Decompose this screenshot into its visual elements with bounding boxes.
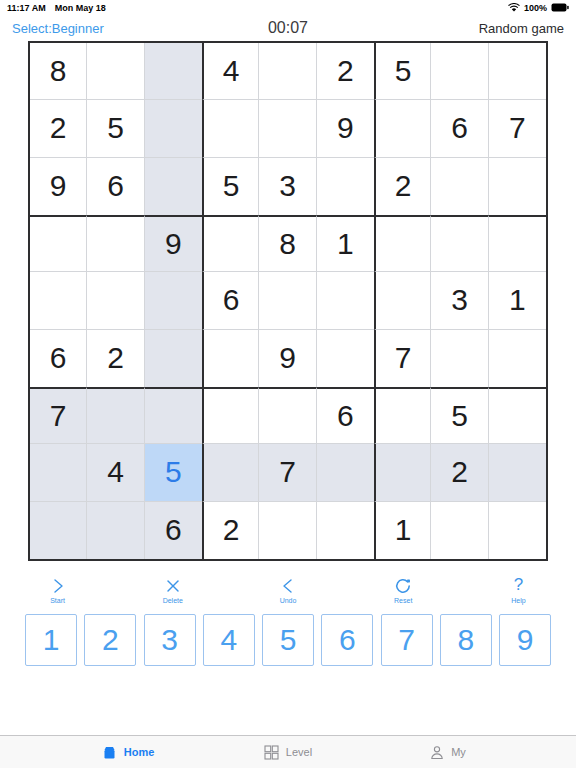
cell-r4c3[interactable]: 9 (145, 215, 202, 272)
cell-r5c9[interactable]: 1 (489, 272, 546, 329)
undo-button[interactable]: Undo (230, 575, 345, 604)
cell-r2c4[interactable] (202, 100, 259, 157)
level-grid-icon (264, 745, 279, 760)
cell-r9c8[interactable] (431, 502, 488, 559)
cell-r9c6[interactable] (317, 502, 374, 559)
cell-r4c7[interactable] (374, 215, 431, 272)
battery-icon (551, 3, 569, 12)
game-header: Select:Beginner 00:07 Random game (0, 15, 576, 41)
tab-level[interactable]: Level (228, 745, 348, 760)
tab-level-label: Level (286, 746, 312, 758)
numpad-key-1[interactable]: 1 (25, 614, 77, 666)
cell-r2c3[interactable] (145, 100, 202, 157)
cell-r5c8[interactable]: 3 (431, 272, 488, 329)
numpad-key-2[interactable]: 2 (84, 614, 136, 666)
cell-r7c1[interactable]: 7 (30, 387, 87, 444)
clock-text: 11:17 AM (7, 3, 46, 13)
cell-r3c2[interactable]: 6 (87, 158, 144, 215)
numpad-key-7[interactable]: 7 (381, 614, 433, 666)
numpad-key-9[interactable]: 9 (499, 614, 551, 666)
status-bar: 11:17 AM Mon May 18 100% (0, 0, 576, 15)
tab-my-label: My (451, 746, 466, 758)
numpad-key-5[interactable]: 5 (262, 614, 314, 666)
tab-my[interactable]: My (388, 745, 508, 760)
start-button[interactable]: Start (0, 575, 115, 604)
tab-home[interactable]: Home (68, 745, 188, 760)
numpad-key-4[interactable]: 4 (203, 614, 255, 666)
cell-r8c7[interactable] (374, 444, 431, 501)
cell-r4c6[interactable]: 1 (317, 215, 374, 272)
cell-r1c6[interactable]: 2 (317, 43, 374, 100)
start-label: Start (50, 597, 65, 604)
cell-r3c8[interactable] (431, 158, 488, 215)
undo-icon (281, 575, 295, 595)
cell-r8c5[interactable]: 7 (259, 444, 316, 501)
cell-r6c9[interactable] (489, 330, 546, 387)
cell-r4c1[interactable] (30, 215, 87, 272)
cell-r9c5[interactable] (259, 502, 316, 559)
cell-r8c6[interactable] (317, 444, 374, 501)
cell-r9c7[interactable]: 1 (374, 502, 431, 559)
cell-r1c9[interactable] (489, 43, 546, 100)
reset-label: Reset (394, 597, 412, 604)
cell-r7c9[interactable] (489, 387, 546, 444)
cell-r5c6[interactable] (317, 272, 374, 329)
cell-r6c8[interactable] (431, 330, 488, 387)
cell-r6c6[interactable] (317, 330, 374, 387)
battery-percent: 100% (524, 3, 547, 13)
cell-r7c2[interactable] (87, 387, 144, 444)
cell-r1c8[interactable] (431, 43, 488, 100)
cell-r1c2[interactable] (87, 43, 144, 100)
cell-r7c4[interactable] (202, 387, 259, 444)
person-icon (430, 745, 444, 760)
cell-r8c4[interactable] (202, 444, 259, 501)
reset-icon (394, 575, 412, 595)
random-game-link[interactable]: Random game (479, 21, 564, 36)
cell-r7c8[interactable]: 5 (431, 387, 488, 444)
cell-r9c3[interactable]: 6 (145, 502, 202, 559)
wifi-icon (508, 3, 520, 12)
delete-icon (165, 575, 181, 595)
cell-r8c1[interactable] (30, 444, 87, 501)
help-button[interactable]: ? Help (461, 575, 576, 604)
cell-r8c9[interactable] (489, 444, 546, 501)
numpad-key-3[interactable]: 3 (144, 614, 196, 666)
cell-r4c2[interactable] (87, 215, 144, 272)
cell-r2c1[interactable]: 2 (30, 100, 87, 157)
cell-r3c4[interactable]: 5 (202, 158, 259, 215)
cell-r9c4[interactable]: 2 (202, 502, 259, 559)
cell-r5c5[interactable] (259, 272, 316, 329)
cell-r8c2[interactable]: 4 (87, 444, 144, 501)
cell-r2c7[interactable] (374, 100, 431, 157)
numpad-key-8[interactable]: 8 (440, 614, 492, 666)
delete-button[interactable]: Delete (115, 575, 230, 604)
cell-r2c9[interactable]: 7 (489, 100, 546, 157)
cell-r5c1[interactable] (30, 272, 87, 329)
cell-r7c5[interactable] (259, 387, 316, 444)
cell-r5c7[interactable] (374, 272, 431, 329)
toolbar: Start Delete Undo Reset ? Help (0, 575, 576, 604)
cell-r2c8[interactable]: 6 (431, 100, 488, 157)
number-pad: 123456789 (25, 614, 551, 666)
cell-r9c2[interactable] (87, 502, 144, 559)
home-icon (102, 745, 117, 760)
cell-r2c6[interactable]: 9 (317, 100, 374, 157)
cell-r1c7[interactable]: 5 (374, 43, 431, 100)
cell-r6c7[interactable]: 7 (374, 330, 431, 387)
cell-r1c5[interactable] (259, 43, 316, 100)
cell-r3c1[interactable]: 9 (30, 158, 87, 215)
cell-r6c3[interactable] (145, 330, 202, 387)
sudoku-board: 8425259679653298163162977654572621 (28, 41, 548, 561)
delete-label: Delete (163, 597, 183, 604)
reset-button[interactable]: Reset (346, 575, 461, 604)
cell-r3c7[interactable]: 2 (374, 158, 431, 215)
cell-r3c9[interactable] (489, 158, 546, 215)
cell-r5c2[interactable] (87, 272, 144, 329)
date-text: Mon May 18 (55, 3, 106, 13)
tab-home-label: Home (124, 746, 155, 758)
help-label: Help (511, 597, 525, 604)
cell-r5c3[interactable] (145, 272, 202, 329)
cell-r3c5[interactable]: 3 (259, 158, 316, 215)
cell-r1c3[interactable] (145, 43, 202, 100)
cell-r8c8[interactable]: 2 (431, 444, 488, 501)
cell-r2c5[interactable] (259, 100, 316, 157)
cell-r2c2[interactable]: 5 (87, 100, 144, 157)
cell-r7c6[interactable]: 6 (317, 387, 374, 444)
cell-r6c5[interactable]: 9 (259, 330, 316, 387)
cell-r7c7[interactable] (374, 387, 431, 444)
cell-r7c3[interactable] (145, 387, 202, 444)
start-icon (51, 575, 65, 595)
cell-r4c8[interactable] (431, 215, 488, 272)
cell-r9c1[interactable] (30, 502, 87, 559)
tab-bar: Home Level My (0, 735, 576, 768)
cell-r5c4[interactable]: 6 (202, 272, 259, 329)
cell-r3c3[interactable] (145, 158, 202, 215)
cell-r6c1[interactable]: 6 (30, 330, 87, 387)
cell-r3c6[interactable] (317, 158, 374, 215)
cell-r4c5[interactable]: 8 (259, 215, 316, 272)
cell-r8c3[interactable]: 5 (145, 444, 202, 501)
help-icon: ? (514, 575, 523, 595)
cell-r4c4[interactable] (202, 215, 259, 272)
cell-r1c4[interactable]: 4 (202, 43, 259, 100)
cell-r1c1[interactable]: 8 (30, 43, 87, 100)
undo-label: Undo (280, 597, 297, 604)
cell-r9c9[interactable] (489, 502, 546, 559)
cell-r6c4[interactable] (202, 330, 259, 387)
cell-r4c9[interactable] (489, 215, 546, 272)
cell-r6c2[interactable]: 2 (87, 330, 144, 387)
numpad-key-6[interactable]: 6 (321, 614, 373, 666)
